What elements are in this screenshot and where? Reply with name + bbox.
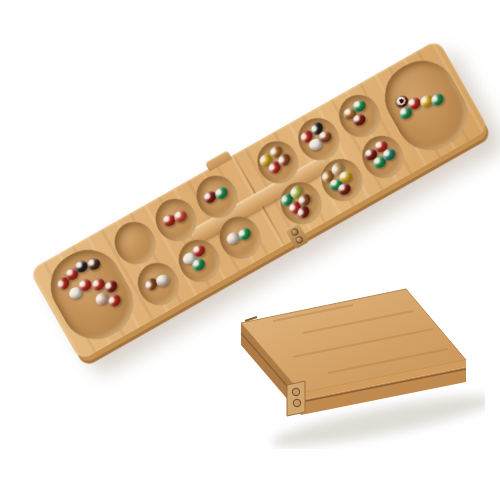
stone-darkbrown [86, 257, 102, 272]
folded-board-graphic [233, 281, 485, 449]
hinge-plate [287, 381, 305, 416]
hinge-pin [292, 388, 299, 395]
hinge-pin-block [285, 223, 309, 250]
stone-clear [155, 274, 170, 288]
hinge-pin [295, 235, 305, 245]
folded-board [233, 281, 485, 449]
stone-green [429, 92, 446, 108]
stone-red [106, 292, 123, 309]
hinge-pin [293, 399, 300, 406]
product-photo-scene [0, 0, 500, 500]
latch-tab [205, 150, 233, 172]
